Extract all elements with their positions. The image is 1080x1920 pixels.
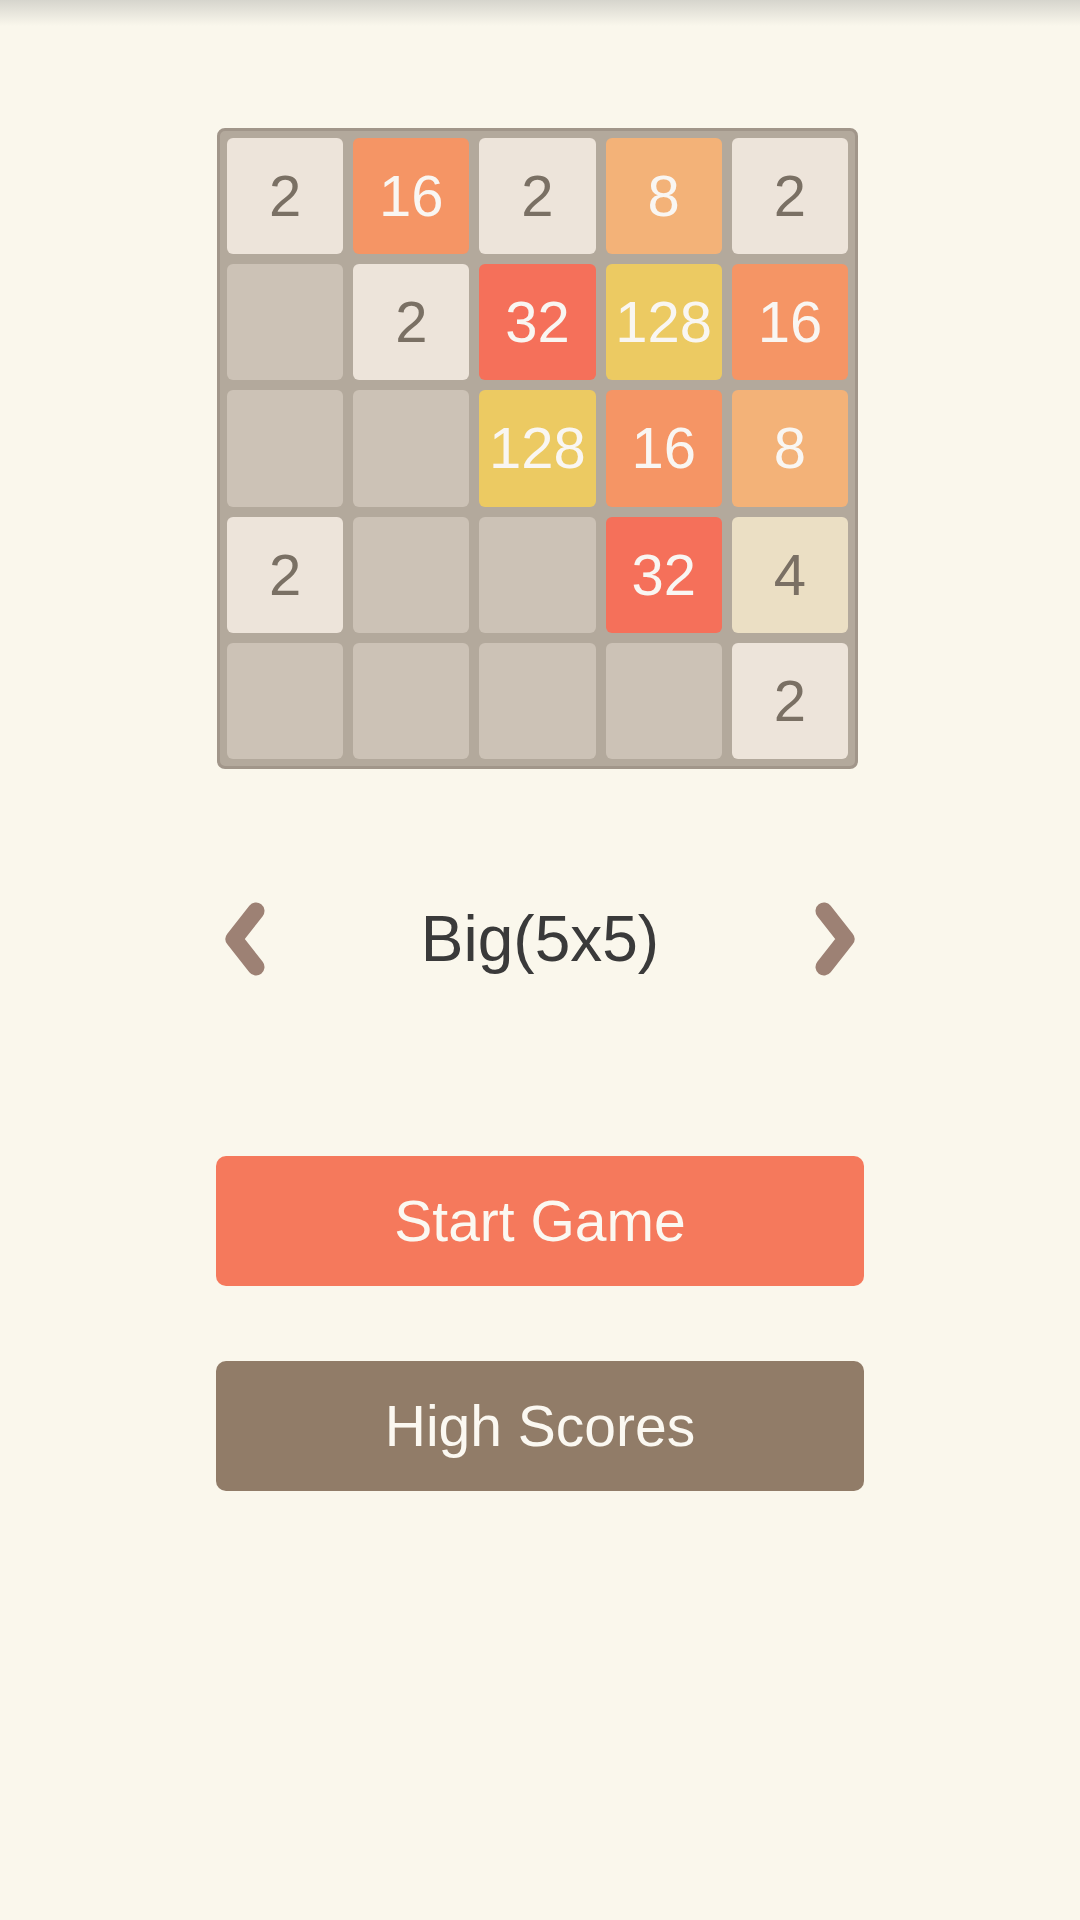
cell-empty [479, 517, 595, 633]
cell-empty [227, 643, 343, 759]
cell-empty [227, 390, 343, 506]
tile-8: 8 [606, 138, 722, 254]
high-scores-button[interactable]: High Scores [216, 1361, 864, 1491]
cell-empty [606, 643, 722, 759]
tile-2: 2 [353, 264, 469, 380]
cell-empty [479, 643, 595, 759]
tile-16: 16 [353, 138, 469, 254]
cell-empty [353, 517, 469, 633]
tile-2: 2 [479, 138, 595, 254]
tile-2: 2 [732, 643, 848, 759]
tile-128: 128 [479, 390, 595, 506]
tile-2: 2 [227, 138, 343, 254]
prev-mode-button[interactable] [217, 900, 273, 978]
tile-32: 32 [479, 264, 595, 380]
status-bar-shadow [0, 0, 1080, 26]
tile-4: 4 [732, 517, 848, 633]
tile-16: 16 [732, 264, 848, 380]
board: 2162822321281612816823242 [217, 128, 858, 769]
chevron-left-icon [217, 900, 273, 978]
chevron-right-icon [807, 900, 863, 978]
mode-selector: Big(5x5) [217, 893, 863, 985]
tile-32: 32 [606, 517, 722, 633]
tile-16: 16 [606, 390, 722, 506]
next-mode-button[interactable] [807, 900, 863, 978]
tile-2: 2 [227, 517, 343, 633]
cell-empty [227, 264, 343, 380]
cell-empty [353, 390, 469, 506]
mode-label: Big(5x5) [421, 902, 659, 976]
tile-8: 8 [732, 390, 848, 506]
start-game-button[interactable]: Start Game [216, 1156, 864, 1286]
cell-empty [353, 643, 469, 759]
tile-128: 128 [606, 264, 722, 380]
tile-2: 2 [732, 138, 848, 254]
